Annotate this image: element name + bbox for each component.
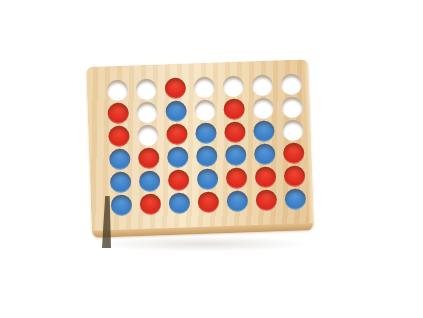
red-disc [255, 166, 277, 188]
blue-disc [109, 148, 131, 170]
red-disc [226, 167, 248, 189]
empty-hole [194, 76, 216, 98]
loose-discs [0, 0, 423, 63]
cell-r5c5 [222, 166, 252, 190]
empty-hole [280, 73, 302, 95]
cell-r4c1 [105, 147, 135, 171]
empty-hole [136, 101, 158, 123]
blue-disc [253, 120, 275, 142]
empty-hole [251, 74, 273, 96]
cell-r6c4 [193, 190, 223, 214]
cell-r4c5 [221, 143, 251, 167]
loose-disc-red-2 [0, 21, 45, 42]
cell-r2c6 [248, 96, 278, 120]
empty-hole [194, 99, 216, 121]
empty-hole [252, 97, 274, 119]
red-disc [223, 98, 245, 120]
cell-r5c3 [164, 168, 194, 192]
loose-disc-blue-1 [0, 0, 45, 21]
cell-r1c5 [218, 74, 248, 98]
blue-disc [195, 122, 217, 144]
cell-r3c3 [162, 122, 192, 146]
red-disc [284, 165, 306, 187]
blue-disc [167, 146, 189, 168]
cell-r6c2 [136, 192, 166, 216]
blue-disc [225, 144, 247, 166]
blue-disc [139, 170, 161, 192]
blue-disc [165, 100, 187, 122]
red-disc [255, 189, 277, 211]
red-disc [108, 125, 130, 147]
empty-hole [282, 119, 304, 141]
red-disc [168, 169, 190, 191]
cell-r2c4 [190, 98, 220, 122]
red-disc [140, 193, 162, 215]
cell-r5c4 [193, 167, 223, 191]
cell-r2c5 [219, 97, 249, 121]
cell-r2c7 [277, 95, 307, 119]
blue-disc [196, 145, 218, 167]
cell-r1c3 [160, 76, 190, 100]
cell-r5c6 [251, 165, 281, 189]
empty-hole [281, 96, 303, 118]
cell-r1c4 [189, 75, 219, 99]
red-disc [198, 191, 220, 213]
cell-r3c5 [220, 120, 250, 144]
cell-r4c6 [250, 142, 280, 166]
red-disc [283, 142, 305, 164]
cell-r3c1 [104, 124, 134, 148]
cell-r1c6 [247, 73, 277, 97]
cell-r4c7 [279, 141, 309, 165]
red-disc [138, 147, 160, 169]
empty-hole [136, 78, 158, 100]
blue-disc [254, 143, 276, 165]
blue-disc [284, 188, 306, 210]
cell-r1c1 [103, 78, 133, 102]
empty-hole [222, 75, 244, 97]
cell-r5c1 [106, 170, 136, 194]
cell-r6c6 [251, 188, 281, 212]
cell-r1c2 [132, 77, 162, 101]
cell-r6c5 [222, 189, 252, 213]
cell-r6c3 [165, 191, 195, 215]
cell-r5c7 [280, 164, 310, 188]
blue-disc [110, 171, 132, 193]
loose-disc-red-3 [0, 42, 44, 63]
cell-r5c2 [135, 169, 165, 193]
scene [0, 0, 423, 318]
red-disc [224, 121, 246, 143]
cell-r4c4 [192, 144, 222, 168]
red-disc [165, 77, 187, 99]
empty-hole [137, 124, 159, 146]
cell-r3c6 [249, 119, 279, 143]
red-disc [166, 123, 188, 145]
blue-disc [197, 168, 219, 190]
blue-disc [227, 190, 249, 212]
cell-r1c7 [276, 72, 306, 96]
cell-r3c2 [133, 123, 163, 147]
cell-r2c2 [132, 100, 162, 124]
cell-r4c3 [163, 145, 193, 169]
red-disc [107, 102, 129, 124]
cell-r2c1 [103, 101, 133, 125]
cell-r3c7 [278, 118, 308, 142]
empty-hole [107, 79, 129, 101]
blue-disc [169, 192, 191, 214]
cell-r3c4 [191, 121, 221, 145]
cell-r4c2 [134, 146, 164, 170]
board-grid [103, 72, 311, 217]
cell-r2c3 [161, 99, 191, 123]
cell-r6c7 [280, 187, 310, 211]
